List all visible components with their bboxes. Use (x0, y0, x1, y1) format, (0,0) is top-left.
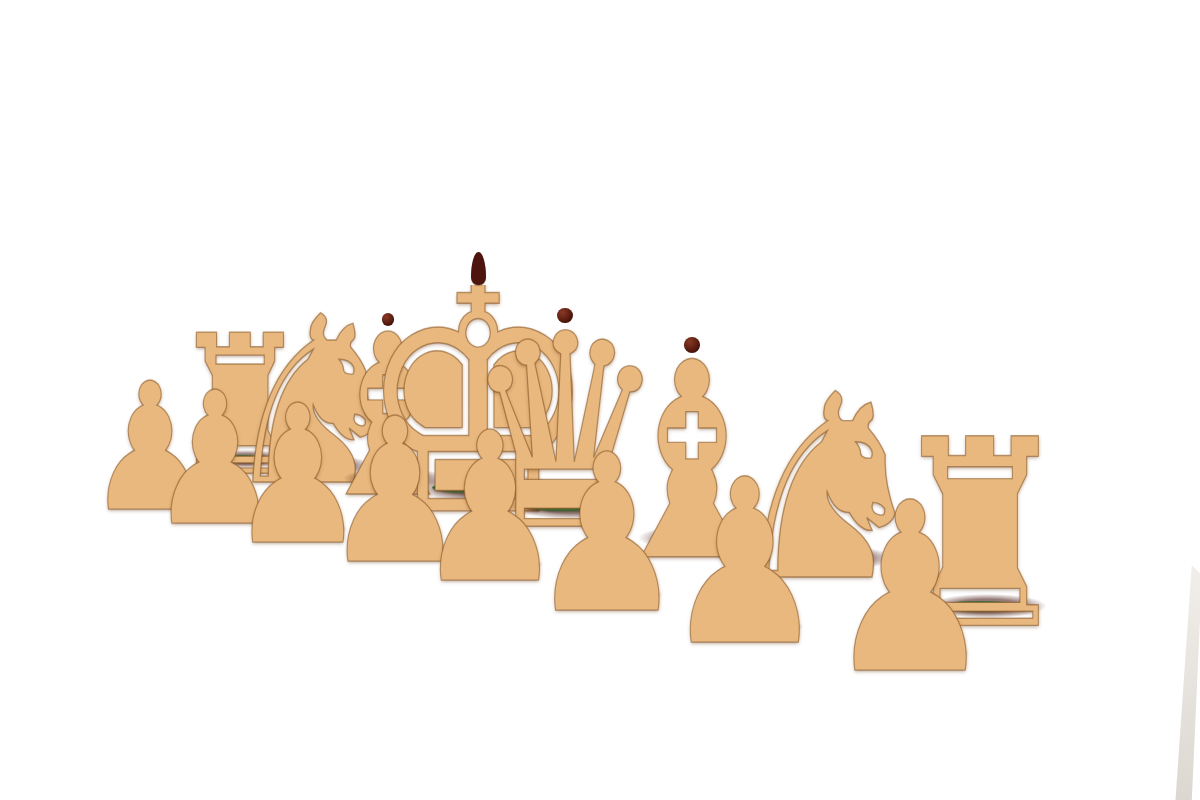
pawn-glyph: ♟ (826, 472, 994, 707)
queen-finial-icon (557, 308, 573, 324)
piece-white-pawn-b2[interactable]: ♟ (684, 463, 806, 628)
product-photo-stage: ♜♞♝♛♚♝♞♜♟♟♟♟♟♟♟♟ (0, 0, 1200, 800)
piece-white-pawn-c2[interactable]: ♟ (549, 438, 666, 596)
bishop-finial-icon (684, 337, 700, 353)
pawn-glyph: ♟ (529, 426, 685, 644)
pawn-glyph: ♟ (663, 450, 826, 678)
pieces-layer: ♜♞♝♛♚♝♞♜♟♟♟♟♟♟♟♟ (0, 0, 1200, 800)
piece-white-pawn-a2[interactable]: ♟ (847, 485, 973, 655)
